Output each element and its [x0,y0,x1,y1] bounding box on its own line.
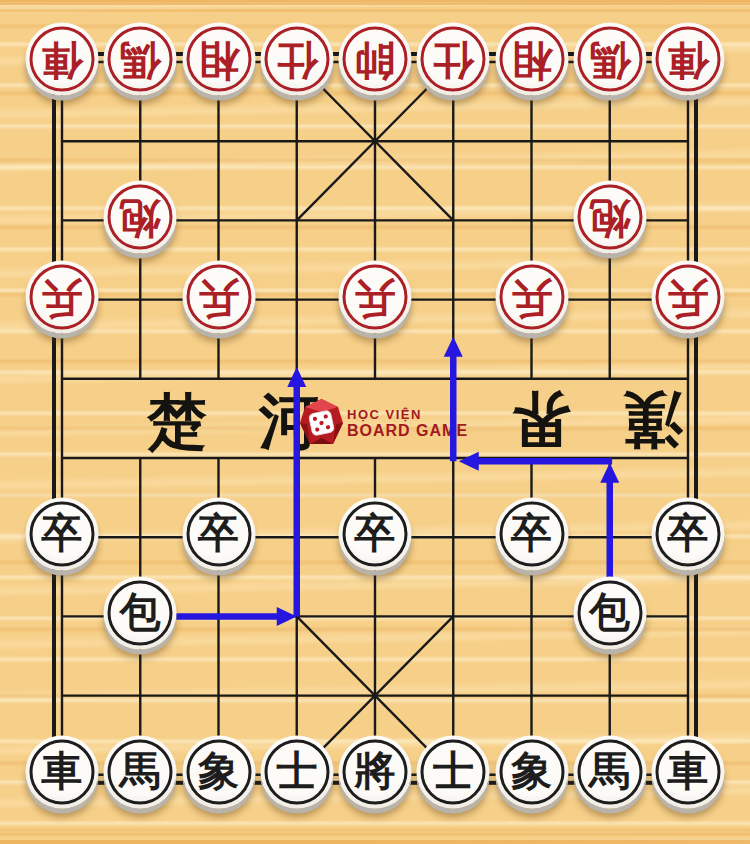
black-elephant[interactable]: 象 [182,735,255,808]
red-elephant[interactable]: 相 [182,23,255,96]
move-arrows [0,0,750,844]
piece-glyph: 馬 [120,750,161,791]
piece-glyph: 包 [589,592,630,633]
piece-ring: 士 [421,739,486,804]
red-cannon[interactable]: 炮 [104,181,177,254]
red-soldier[interactable]: 兵 [652,260,725,333]
red-soldier[interactable]: 兵 [182,260,255,333]
piece-ring: 包 [108,581,173,646]
black-soldier[interactable]: 卒 [339,498,412,571]
piece-glyph: 卒 [198,513,239,554]
piece-ring: 卒 [186,502,251,567]
piece-ring: 兵 [186,264,251,329]
black-advisor[interactable]: 士 [260,735,333,808]
piece-ring: 兵 [656,264,721,329]
piece-ring: 俥 [30,27,95,92]
black-chariot[interactable]: 車 [26,735,99,808]
piece-ring: 仕 [421,27,486,92]
piece-glyph: 帥 [355,40,396,81]
piece-ring: 炮 [108,185,173,250]
piece-ring: 仕 [264,27,329,92]
piece-glyph: 將 [355,750,396,791]
red-advisor[interactable]: 仕 [417,23,490,96]
piece-ring: 卒 [656,502,721,567]
piece-ring: 包 [577,581,642,646]
piece-ring: 象 [499,739,564,804]
piece-glyph: 炮 [589,198,630,239]
piece-glyph: 兵 [42,277,83,318]
piece-ring: 傌 [108,27,173,92]
piece-glyph: 士 [276,750,317,791]
piece-glyph: 兵 [668,277,709,318]
red-chariot[interactable]: 俥 [652,23,725,96]
piece-ring: 相 [499,27,564,92]
piece-ring: 兵 [343,264,408,329]
black-horse[interactable]: 馬 [573,735,646,808]
piece-glyph: 俥 [668,40,709,81]
piece-glyph: 馬 [589,750,630,791]
piece-glyph: 仕 [433,40,474,81]
black-cannon[interactable]: 包 [573,577,646,650]
piece-ring: 卒 [343,502,408,567]
piece-glyph: 炮 [120,198,161,239]
red-soldier[interactable]: 兵 [339,260,412,333]
piece-glyph: 相 [198,40,239,81]
piece-glyph: 卒 [355,513,396,554]
red-cannon[interactable]: 炮 [573,181,646,254]
piece-glyph: 卒 [668,513,709,554]
piece-glyph: 象 [511,750,552,791]
piece-glyph: 傌 [120,40,161,81]
piece-glyph: 兵 [198,277,239,318]
black-soldier[interactable]: 卒 [652,498,725,571]
piece-glyph: 車 [668,750,709,791]
piece-ring: 相 [186,27,251,92]
piece-ring: 卒 [30,502,95,567]
black-cannon[interactable]: 包 [104,577,177,650]
piece-glyph: 卒 [511,513,552,554]
piece-glyph: 傌 [589,40,630,81]
red-elephant[interactable]: 相 [495,23,568,96]
piece-ring: 傌 [577,27,642,92]
xiangqi-board: 楚河 漢界 HỌC VIỆN BOARD GAME 俥傌相仕帥仕相傌俥炮炮兵兵兵 [0,0,750,844]
red-chariot[interactable]: 俥 [26,23,99,96]
piece-ring: 車 [30,739,95,804]
black-elephant[interactable]: 象 [495,735,568,808]
red-horse[interactable]: 傌 [104,23,177,96]
red-advisor[interactable]: 仕 [260,23,333,96]
piece-glyph: 仕 [276,40,317,81]
piece-glyph: 士 [433,750,474,791]
black-horse[interactable]: 馬 [104,735,177,808]
black-soldier[interactable]: 卒 [495,498,568,571]
piece-glyph: 兵 [355,277,396,318]
piece-ring: 象 [186,739,251,804]
piece-glyph: 包 [120,592,161,633]
piece-ring: 卒 [499,502,564,567]
red-soldier[interactable]: 兵 [26,260,99,333]
red-soldier[interactable]: 兵 [495,260,568,333]
black-soldier[interactable]: 卒 [182,498,255,571]
piece-glyph: 卒 [42,513,83,554]
red-horse[interactable]: 傌 [573,23,646,96]
piece-glyph: 象 [198,750,239,791]
piece-glyph: 車 [42,750,83,791]
piece-ring: 兵 [30,264,95,329]
piece-ring: 炮 [577,185,642,250]
piece-ring: 將 [343,739,408,804]
piece-ring: 俥 [656,27,721,92]
piece-ring: 馬 [577,739,642,804]
black-soldier[interactable]: 卒 [26,498,99,571]
black-advisor[interactable]: 士 [417,735,490,808]
piece-ring: 車 [656,739,721,804]
piece-glyph: 俥 [42,40,83,81]
piece-ring: 馬 [108,739,173,804]
piece-ring: 帥 [343,27,408,92]
red-general[interactable]: 帥 [339,23,412,96]
piece-glyph: 相 [511,40,552,81]
piece-ring: 兵 [499,264,564,329]
black-general[interactable]: 將 [339,735,412,808]
black-chariot[interactable]: 車 [652,735,725,808]
piece-ring: 士 [264,739,329,804]
piece-glyph: 兵 [511,277,552,318]
